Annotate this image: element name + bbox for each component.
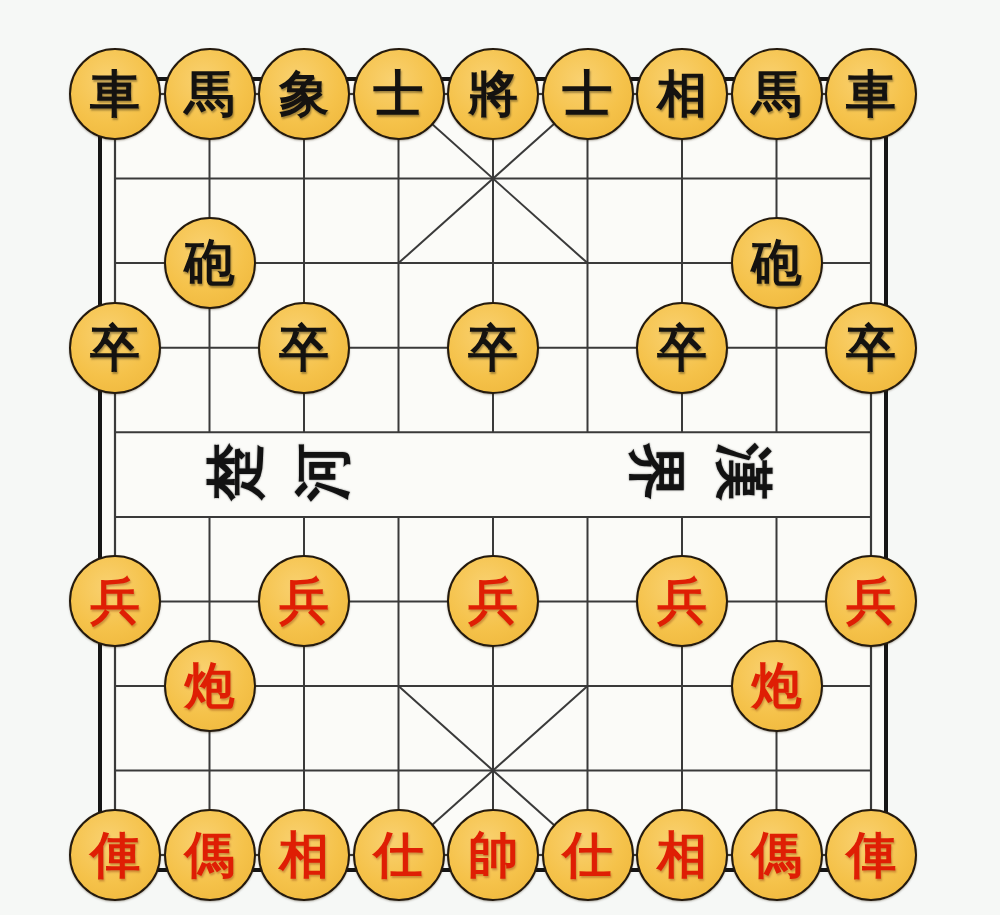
piece-red-horse[interactable]: 傌 <box>731 809 823 901</box>
piece-red-soldier[interactable]: 兵 <box>636 555 728 647</box>
piece-red-cannon[interactable]: 炮 <box>731 640 823 732</box>
piece-black-soldier[interactable]: 卒 <box>258 302 350 394</box>
piece-black-soldier[interactable]: 卒 <box>825 302 917 394</box>
piece-black-horse[interactable]: 馬 <box>164 48 256 140</box>
piece-red-soldier[interactable]: 兵 <box>447 555 539 647</box>
piece-red-soldier[interactable]: 兵 <box>69 555 161 647</box>
piece-black-soldier[interactable]: 卒 <box>447 302 539 394</box>
piece-black-cannon[interactable]: 砲 <box>731 217 823 309</box>
piece-red-soldier[interactable]: 兵 <box>825 555 917 647</box>
piece-red-horse[interactable]: 傌 <box>164 809 256 901</box>
piece-black-elephant[interactable]: 象 <box>258 48 350 140</box>
piece-black-soldier[interactable]: 卒 <box>636 302 728 394</box>
piece-black-advisor[interactable]: 士 <box>353 48 445 140</box>
piece-red-chariot[interactable]: 俥 <box>825 809 917 901</box>
xiangqi-board: 楚 河 界 漢 車馬象士將士相馬車砲砲卒卒卒卒卒兵兵兵兵兵炮炮俥傌相仕帥仕相傌俥 <box>0 0 1000 915</box>
piece-red-chariot[interactable]: 俥 <box>69 809 161 901</box>
piece-black-soldier[interactable]: 卒 <box>69 302 161 394</box>
piece-black-chariot[interactable]: 車 <box>69 48 161 140</box>
piece-red-elephant[interactable]: 相 <box>258 809 350 901</box>
piece-black-horse[interactable]: 馬 <box>731 48 823 140</box>
piece-black-chariot[interactable]: 車 <box>825 48 917 140</box>
piece-red-general[interactable]: 帥 <box>447 809 539 901</box>
pieces-layer: 車馬象士將士相馬車砲砲卒卒卒卒卒兵兵兵兵兵炮炮俥傌相仕帥仕相傌俥 <box>68 52 919 898</box>
piece-red-soldier[interactable]: 兵 <box>258 555 350 647</box>
piece-black-elephant[interactable]: 相 <box>636 48 728 140</box>
piece-red-advisor[interactable]: 仕 <box>542 809 634 901</box>
piece-red-cannon[interactable]: 炮 <box>164 640 256 732</box>
piece-red-elephant[interactable]: 相 <box>636 809 728 901</box>
piece-black-cannon[interactable]: 砲 <box>164 217 256 309</box>
piece-black-general[interactable]: 將 <box>447 48 539 140</box>
piece-red-advisor[interactable]: 仕 <box>353 809 445 901</box>
piece-black-advisor[interactable]: 士 <box>542 48 634 140</box>
